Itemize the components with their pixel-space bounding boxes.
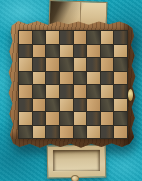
square-g3[interactable] [101,99,114,112]
square-c7[interactable] [46,45,59,58]
square-e8[interactable] [74,31,87,44]
square-f2[interactable] [87,112,100,125]
square-d3[interactable] [60,99,73,112]
square-a4[interactable] [19,85,32,98]
square-b6[interactable] [33,58,46,71]
square-d1[interactable] [60,126,73,139]
square-b7[interactable] [33,45,46,58]
square-a7[interactable] [19,45,32,58]
towel-background [0,0,142,181]
square-g5[interactable] [101,72,114,85]
square-d7[interactable] [60,45,73,58]
square-h8[interactable] [114,31,127,44]
square-d6[interactable] [60,58,73,71]
square-b8[interactable] [33,31,46,44]
square-h6[interactable] [114,58,127,71]
square-b1[interactable] [33,126,46,139]
square-c8[interactable] [46,31,59,44]
square-g6[interactable] [101,58,114,71]
square-a8[interactable] [19,31,32,44]
square-b2[interactable] [33,112,46,125]
square-e1[interactable] [74,126,87,139]
square-a3[interactable] [19,99,32,112]
square-e7[interactable] [74,45,87,58]
square-f5[interactable] [87,72,100,85]
square-a2[interactable] [19,112,32,125]
square-f8[interactable] [87,31,100,44]
bottom-drawer-cavity [53,150,100,172]
square-f7[interactable] [87,45,100,58]
square-a6[interactable] [19,58,32,71]
square-h7[interactable] [114,45,127,58]
square-b3[interactable] [33,99,46,112]
square-f4[interactable] [87,85,100,98]
square-h3[interactable] [114,99,127,112]
square-c4[interactable] [46,85,59,98]
square-e4[interactable] [74,85,87,98]
square-h2[interactable] [114,112,127,125]
square-a1[interactable] [19,126,32,139]
square-f1[interactable] [87,126,100,139]
square-g7[interactable] [101,45,114,58]
square-e6[interactable] [74,58,87,71]
square-e5[interactable] [74,72,87,85]
square-b4[interactable] [33,85,46,98]
square-f3[interactable] [87,99,100,112]
square-c5[interactable] [46,72,59,85]
square-c1[interactable] [46,126,59,139]
square-d8[interactable] [60,31,73,44]
square-c6[interactable] [46,58,59,71]
square-h4[interactable] [114,85,127,98]
bottom-drawer-knob[interactable] [71,175,79,181]
square-c2[interactable] [46,112,59,125]
square-g4[interactable] [101,85,114,98]
square-d2[interactable] [60,112,73,125]
square-a5[interactable] [19,72,32,85]
square-d4[interactable] [60,85,73,98]
brass-latch [128,89,133,101]
square-h5[interactable] [114,72,127,85]
square-f6[interactable] [87,58,100,71]
chess-board-frame [8,19,136,149]
square-e3[interactable] [74,99,87,112]
square-d5[interactable] [60,72,73,85]
square-g2[interactable] [101,112,114,125]
square-g1[interactable] [101,126,114,139]
chess-board [18,30,128,139]
square-h1[interactable] [114,126,127,139]
square-b5[interactable] [33,72,46,85]
square-g8[interactable] [101,31,114,44]
square-e2[interactable] [74,112,87,125]
square-c3[interactable] [46,99,59,112]
bottom-drawer[interactable] [47,144,107,178]
